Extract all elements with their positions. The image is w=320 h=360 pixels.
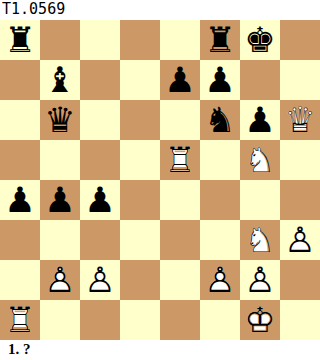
square-e6[interactable] [160,100,200,140]
square-h2[interactable] [280,260,320,300]
move-prompt: 1. ? [0,340,320,360]
square-b7[interactable]: ♝ [40,60,80,100]
piece-glyph: ♟ [240,100,280,140]
square-d3[interactable] [120,220,160,260]
square-b1[interactable] [40,300,80,340]
piece-glyph: ♘ [240,220,280,260]
square-h5[interactable] [280,140,320,180]
square-g2[interactable]: ♟♙ [240,260,280,300]
square-c5[interactable] [80,140,120,180]
piece-white-knight: ♞♘ [240,140,280,180]
piece-black-queen: ♛ [40,100,80,140]
square-f4[interactable] [200,180,240,220]
piece-black-rook: ♜ [200,20,240,60]
square-g5[interactable]: ♞♘ [240,140,280,180]
square-f7[interactable]: ♟ [200,60,240,100]
square-h6[interactable]: ♛♕ [280,100,320,140]
square-h3[interactable]: ♟♙ [280,220,320,260]
piece-black-pawn: ♟ [200,60,240,100]
square-h8[interactable] [280,20,320,60]
square-g1[interactable]: ♚♔ [240,300,280,340]
piece-white-queen: ♛♕ [280,100,320,140]
piece-glyph: ♞ [200,100,240,140]
piece-glyph: ♙ [240,260,280,300]
square-e3[interactable] [160,220,200,260]
piece-glyph: ♙ [200,260,240,300]
square-g8[interactable]: ♚ [240,20,280,60]
square-a6[interactable] [0,100,40,140]
piece-glyph: ♟ [160,60,200,100]
piece-black-bishop: ♝ [40,60,80,100]
square-d6[interactable] [120,100,160,140]
square-e5[interactable]: ♜♖ [160,140,200,180]
square-g4[interactable] [240,180,280,220]
square-d8[interactable] [120,20,160,60]
piece-black-king: ♚ [240,20,280,60]
piece-white-pawn: ♟♙ [240,260,280,300]
square-c8[interactable] [80,20,120,60]
piece-black-pawn: ♟ [240,100,280,140]
square-f3[interactable] [200,220,240,260]
piece-white-rook: ♜♖ [0,300,40,340]
square-b2[interactable]: ♟♙ [40,260,80,300]
piece-glyph: ♚ [240,20,280,60]
square-e4[interactable] [160,180,200,220]
piece-black-pawn: ♟ [40,180,80,220]
square-g7[interactable] [240,60,280,100]
square-c1[interactable] [80,300,120,340]
piece-glyph: ♖ [160,140,200,180]
piece-glyph: ♖ [0,300,40,340]
piece-glyph: ♘ [240,140,280,180]
square-h7[interactable] [280,60,320,100]
piece-black-rook: ♜ [0,20,40,60]
piece-glyph: ♙ [80,260,120,300]
square-e1[interactable] [160,300,200,340]
piece-black-knight: ♞ [200,100,240,140]
square-b8[interactable] [40,20,80,60]
square-a7[interactable] [0,60,40,100]
piece-white-knight: ♞♘ [240,220,280,260]
piece-white-pawn: ♟♙ [200,260,240,300]
square-c7[interactable] [80,60,120,100]
square-c2[interactable]: ♟♙ [80,260,120,300]
square-e8[interactable] [160,20,200,60]
square-a1[interactable]: ♜♖ [0,300,40,340]
chess-board: ♜♜♚♝♟♟♛♞♟♛♕♜♖♞♘♟♟♟♞♘♟♙♟♙♟♙♟♙♟♙♜♖♚♔ [0,20,320,340]
square-c3[interactable] [80,220,120,260]
piece-glyph: ♛ [40,100,80,140]
piece-white-pawn: ♟♙ [40,260,80,300]
piece-black-pawn: ♟ [0,180,40,220]
square-h4[interactable] [280,180,320,220]
square-a8[interactable]: ♜ [0,20,40,60]
square-b4[interactable]: ♟ [40,180,80,220]
piece-white-pawn: ♟♙ [80,260,120,300]
piece-glyph: ♟ [40,180,80,220]
piece-glyph: ♟ [0,180,40,220]
piece-white-king: ♚♔ [240,300,280,340]
square-e7[interactable]: ♟ [160,60,200,100]
piece-glyph: ♟ [200,60,240,100]
piece-white-pawn: ♟♙ [280,220,320,260]
square-b5[interactable] [40,140,80,180]
square-f1[interactable] [200,300,240,340]
square-d5[interactable] [120,140,160,180]
square-f2[interactable]: ♟♙ [200,260,240,300]
square-e2[interactable] [160,260,200,300]
square-b3[interactable] [40,220,80,260]
piece-glyph: ♜ [200,20,240,60]
square-h1[interactable] [280,300,320,340]
square-d2[interactable] [120,260,160,300]
square-d1[interactable] [120,300,160,340]
square-c6[interactable] [80,100,120,140]
puzzle-title: T1.0569 [0,0,320,20]
piece-glyph: ♜ [0,20,40,60]
piece-black-pawn: ♟ [80,180,120,220]
square-a2[interactable] [0,260,40,300]
square-a5[interactable] [0,140,40,180]
piece-glyph: ♔ [240,300,280,340]
piece-glyph: ♕ [280,100,320,140]
square-f6[interactable]: ♞ [200,100,240,140]
piece-black-pawn: ♟ [160,60,200,100]
square-g3[interactable]: ♞♘ [240,220,280,260]
square-c4[interactable]: ♟ [80,180,120,220]
piece-glyph: ♝ [40,60,80,100]
piece-white-rook: ♜♖ [160,140,200,180]
square-g6[interactable]: ♟ [240,100,280,140]
piece-glyph: ♙ [280,220,320,260]
piece-glyph: ♟ [80,180,120,220]
square-b6[interactable]: ♛ [40,100,80,140]
square-d7[interactable] [120,60,160,100]
square-f5[interactable] [200,140,240,180]
square-a4[interactable]: ♟ [0,180,40,220]
square-f8[interactable]: ♜ [200,20,240,60]
piece-glyph: ♙ [40,260,80,300]
square-d4[interactable] [120,180,160,220]
square-a3[interactable] [0,220,40,260]
